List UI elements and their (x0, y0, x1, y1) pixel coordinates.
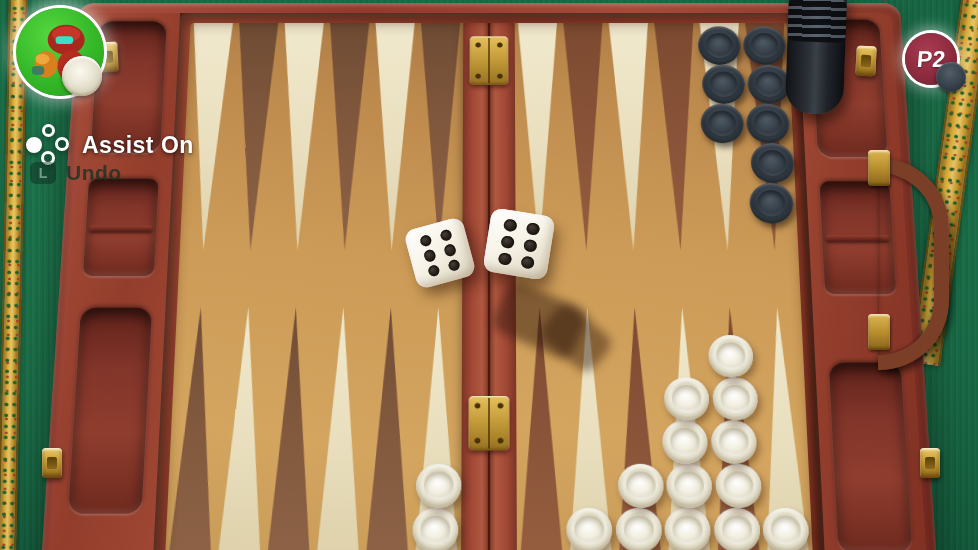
handle-mount-top (868, 150, 890, 186)
checker-white[interactable] (566, 508, 612, 550)
point-15[interactable] (274, 23, 327, 255)
checker-black[interactable] (700, 104, 744, 143)
bar-hinge-bottom (468, 396, 509, 451)
die-pip (501, 235, 515, 249)
dice-cup (785, 0, 847, 115)
tray-divider (90, 225, 152, 231)
point-22[interactable] (651, 23, 704, 255)
die-pip (419, 234, 433, 248)
checker-white[interactable] (615, 508, 662, 550)
checker-white[interactable] (666, 464, 713, 508)
checker-black[interactable] (701, 65, 745, 104)
die-pip (427, 264, 441, 278)
game-table: Assist On L Undo P2 (0, 0, 978, 550)
checker-white[interactable] (413, 508, 459, 550)
left-tray-dice-box (83, 179, 159, 276)
die-pip (447, 258, 461, 272)
dice-cup-ribs (787, 0, 847, 43)
die-pip (439, 228, 453, 242)
player2-checker-token (936, 62, 966, 92)
case-latch-top-right (855, 45, 877, 76)
die-pip (423, 249, 437, 263)
l-button-icon[interactable]: L (30, 162, 56, 184)
die-pip (523, 239, 537, 253)
undo-label: Undo (66, 161, 122, 185)
board-left-half (165, 23, 463, 550)
left-tray-well-bottom (68, 308, 152, 514)
die-pip (503, 219, 517, 233)
right-tray-well-bottom (829, 363, 912, 550)
undo-control[interactable]: L Undo (30, 161, 122, 185)
assist-indicator: Assist On (26, 124, 194, 166)
die-pip (498, 252, 512, 266)
die-pip (526, 222, 540, 236)
board-frame (153, 13, 826, 550)
handle-mount-bottom (868, 314, 890, 350)
case-latch-bottom-right (920, 448, 940, 478)
checker-white[interactable] (710, 420, 757, 463)
case-latch-bottom-left (42, 448, 62, 478)
checker-black[interactable] (697, 26, 741, 64)
point-12[interactable] (165, 302, 225, 550)
case-handle (868, 150, 942, 350)
checker-white[interactable] (712, 377, 758, 420)
die-2 (482, 207, 555, 280)
face-buttons-icon (26, 124, 70, 166)
checker-white[interactable] (618, 464, 664, 508)
point-20[interactable] (560, 23, 610, 255)
point-8[interactable] (362, 302, 414, 550)
point-14[interactable] (227, 23, 282, 255)
checker-white[interactable] (662, 420, 708, 463)
assist-label: Assist On (82, 132, 194, 159)
player1-checker-token (62, 56, 102, 96)
checker-white[interactable] (708, 335, 754, 377)
die-pip (521, 255, 535, 269)
point-11[interactable] (214, 302, 272, 550)
point-16[interactable] (321, 23, 372, 255)
point-21[interactable] (606, 23, 657, 255)
point-17[interactable] (368, 23, 418, 255)
point-10[interactable] (264, 302, 320, 550)
die-pip (443, 243, 457, 257)
checker-white[interactable] (664, 377, 710, 420)
bar-hinge-top (470, 36, 509, 85)
checker-white[interactable] (715, 464, 762, 508)
point-9[interactable] (313, 302, 367, 550)
